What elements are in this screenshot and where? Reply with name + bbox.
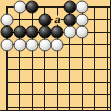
white-stone	[1, 13, 14, 26]
black-stone	[63, 1, 76, 14]
grid-line	[32, 6, 33, 111]
black-stone	[26, 26, 39, 39]
white-stone	[76, 26, 89, 39]
grid-line	[6, 57, 111, 58]
black-stone	[51, 26, 64, 39]
point-label-a[interactable]: a	[53, 15, 61, 24]
white-stone	[63, 26, 76, 39]
grid-line	[6, 82, 111, 83]
white-stone	[76, 13, 89, 26]
white-stone	[51, 38, 64, 51]
white-stone	[13, 1, 26, 14]
black-stone	[38, 13, 51, 26]
black-stone	[1, 26, 14, 39]
grid-line	[94, 6, 95, 111]
grid-line	[107, 6, 108, 111]
black-stone	[13, 26, 26, 39]
grid-line	[6, 94, 111, 95]
grid-line	[6, 107, 111, 108]
white-stone	[38, 38, 51, 51]
white-stone	[13, 38, 26, 51]
grid-line	[19, 6, 20, 111]
white-stone	[26, 38, 39, 51]
black-stone	[63, 13, 76, 26]
black-stone	[26, 1, 39, 14]
go-board[interactable]: a	[0, 0, 111, 111]
black-stone	[38, 26, 51, 39]
white-stone	[1, 38, 14, 51]
white-stone	[76, 1, 89, 14]
grid-line	[6, 69, 111, 70]
